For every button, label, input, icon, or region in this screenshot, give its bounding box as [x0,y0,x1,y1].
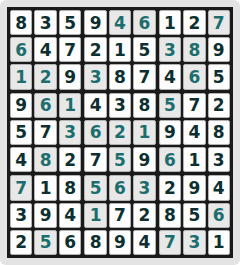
cell-r8c9-given[interactable]: 6 [208,203,230,228]
cell-r1c5-given[interactable]: 4 [109,10,131,35]
cell-r3c1-given[interactable]: 1 [10,64,32,89]
sudoku-box-3: 127389465 [159,10,230,90]
cell-r1c8[interactable]: 2 [183,10,205,35]
cell-r5c8[interactable]: 4 [183,120,205,145]
cell-r9c4[interactable]: 8 [84,230,106,255]
cell-r2c3[interactable]: 7 [59,37,81,62]
sudoku-page: 8356471299462153871273894659615734824386… [0,0,240,265]
sudoku-box-4: 961573482 [10,93,81,173]
cell-r8c2[interactable]: 9 [34,203,56,228]
cell-r7c2[interactable]: 1 [34,175,56,200]
cell-r6c9[interactable]: 3 [208,147,230,172]
cell-r8c8[interactable]: 5 [183,203,205,228]
cell-r2c5[interactable]: 1 [109,37,131,62]
cell-r5c4-given[interactable]: 6 [84,120,106,145]
cell-r6c1[interactable]: 4 [10,147,32,172]
sudoku-board: 8356471299462153871273894659615734824386… [7,7,233,258]
cell-r9c1[interactable]: 2 [10,230,32,255]
sudoku-box-8: 563172894 [84,175,155,255]
cell-r1c3[interactable]: 5 [59,10,81,35]
cell-r4c7-given[interactable]: 5 [159,93,181,118]
cell-r7c4-given[interactable]: 5 [84,175,106,200]
cell-r3c4-given[interactable]: 3 [84,64,106,89]
cell-r1c6-given[interactable]: 6 [133,10,155,35]
cell-r8c7[interactable]: 8 [159,203,181,228]
cell-r8c4-given[interactable]: 1 [84,203,106,228]
cell-r5c5-given[interactable]: 2 [109,120,131,145]
sudoku-box-1: 835647129 [10,10,81,90]
cell-r6c4[interactable]: 7 [84,147,106,172]
cell-r4c5[interactable]: 3 [109,93,131,118]
cell-r2c6[interactable]: 5 [133,37,155,62]
cell-r5c3-given[interactable]: 3 [59,120,81,145]
cell-r7c8[interactable]: 9 [183,175,205,200]
cell-r7c3[interactable]: 8 [59,175,81,200]
cell-r4c2-given[interactable]: 6 [34,93,56,118]
cell-r4c9[interactable]: 2 [208,93,230,118]
sudoku-box-5: 438621759 [84,93,155,173]
cell-r1c1[interactable]: 8 [10,10,32,35]
cell-r3c7[interactable]: 4 [159,64,181,89]
cell-r7c7[interactable]: 2 [159,175,181,200]
cell-r1c9-given[interactable]: 7 [208,10,230,35]
cell-r1c4[interactable]: 9 [84,10,106,35]
cell-r5c7[interactable]: 9 [159,120,181,145]
cell-r4c4[interactable]: 4 [84,93,106,118]
cell-r8c6[interactable]: 2 [133,203,155,228]
cell-r6c3[interactable]: 2 [59,147,81,172]
cell-r2c1-given[interactable]: 6 [10,37,32,62]
cell-r8c5[interactable]: 7 [109,203,131,228]
cell-r4c6[interactable]: 8 [133,93,155,118]
cell-r4c3-given[interactable]: 1 [59,93,81,118]
cell-r2c2[interactable]: 4 [34,37,56,62]
cell-r3c9[interactable]: 5 [208,64,230,89]
cell-r7c6-given[interactable]: 3 [133,175,155,200]
cell-r9c5[interactable]: 9 [109,230,131,255]
cell-r5c9[interactable]: 8 [208,120,230,145]
cell-r9c6[interactable]: 4 [133,230,155,255]
cell-r3c5[interactable]: 8 [109,64,131,89]
cell-r7c5-given[interactable]: 6 [109,175,131,200]
cell-r5c2[interactable]: 7 [34,120,56,145]
cell-r9c2-given[interactable]: 5 [34,230,56,255]
cell-r1c7[interactable]: 1 [159,10,181,35]
sudoku-box-2: 946215387 [84,10,155,90]
cell-r6c7-given[interactable]: 6 [159,147,181,172]
cell-r1c2[interactable]: 3 [34,10,56,35]
cell-r8c1[interactable]: 3 [10,203,32,228]
cell-r2c4[interactable]: 2 [84,37,106,62]
cell-r6c6[interactable]: 9 [133,147,155,172]
cell-r6c2-given[interactable]: 8 [34,147,56,172]
cell-r3c8-given[interactable]: 6 [183,64,205,89]
cell-r9c3[interactable]: 6 [59,230,81,255]
cell-r9c7-given[interactable]: 7 [159,230,181,255]
cell-r8c3[interactable]: 4 [59,203,81,228]
cell-r4c1[interactable]: 9 [10,93,32,118]
sudoku-box-7: 718394256 [10,175,81,255]
cell-r6c8[interactable]: 1 [183,147,205,172]
cell-r5c1[interactable]: 5 [10,120,32,145]
sudoku-box-9: 294856731 [159,175,230,255]
cell-r9c8-given[interactable]: 3 [183,230,205,255]
cell-r3c6[interactable]: 7 [133,64,155,89]
cell-r3c2-given[interactable]: 2 [34,64,56,89]
sudoku-box-6: 572948613 [159,93,230,173]
cell-r2c9[interactable]: 9 [208,37,230,62]
cell-r6c5-given[interactable]: 5 [109,147,131,172]
cell-r2c7-given[interactable]: 3 [159,37,181,62]
cell-r5c6-given[interactable]: 1 [133,120,155,145]
cell-r4c8[interactable]: 7 [183,93,205,118]
cell-r2c8-given[interactable]: 8 [183,37,205,62]
cell-r3c3[interactable]: 9 [59,64,81,89]
cell-r7c1-given[interactable]: 7 [10,175,32,200]
cell-r9c9[interactable]: 1 [208,230,230,255]
cell-r7c9[interactable]: 4 [208,175,230,200]
